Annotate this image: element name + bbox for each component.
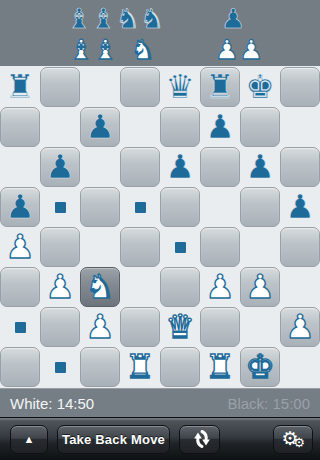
chess-board: ♜♛♜♚♟♟♟♟♟♟♟♟♟♞♟♟♟♛♟♜♜♚ (0, 66, 320, 388)
black-pawn: ♟ (5, 188, 35, 226)
captured-black-knight: ♞ (115, 4, 139, 33)
white-rook: ♜ (125, 348, 155, 386)
show-moves-button[interactable]: ▲ (10, 425, 48, 454)
square-c6[interactable] (80, 147, 120, 187)
captured-black-pawn: ♟ (221, 4, 245, 33)
legal-move-marker[interactable] (135, 202, 146, 213)
square-f6[interactable] (200, 147, 240, 187)
square-h8[interactable] (280, 67, 320, 107)
square-g6[interactable]: ♟ (240, 147, 280, 187)
square-h4[interactable] (280, 227, 320, 267)
captured-white-pawn: ♟ (239, 35, 263, 64)
captured-black-bishop: ♝ (91, 4, 115, 33)
square-f1[interactable]: ♜ (200, 347, 240, 387)
square-c4[interactable] (80, 227, 120, 267)
square-g4[interactable] (240, 227, 280, 267)
square-f4[interactable] (200, 227, 240, 267)
black-pawn: ♟ (45, 148, 75, 186)
captured-white-knight: ♞ (130, 35, 154, 64)
take-back-move-button[interactable]: Take Back Move (57, 425, 170, 454)
clock-status-bar: White: 14:50 Black: 15:00 (0, 388, 320, 417)
square-a6[interactable] (0, 147, 40, 187)
square-g5[interactable] (240, 187, 280, 227)
black-clock: Black: 15:00 (227, 395, 310, 412)
square-e2[interactable]: ♛ (160, 307, 200, 347)
square-b5[interactable] (40, 187, 80, 227)
square-f5[interactable] (200, 187, 240, 227)
square-d7[interactable] (120, 107, 160, 147)
square-f8[interactable]: ♜ (200, 67, 240, 107)
square-f7[interactable]: ♟ (200, 107, 240, 147)
square-g1[interactable]: ♚ (240, 347, 280, 387)
square-b2[interactable] (40, 307, 80, 347)
square-b6[interactable]: ♟ (40, 147, 80, 187)
square-h3[interactable] (280, 267, 320, 307)
captured-white-bishop: ♝ (93, 35, 117, 64)
chess-app-screen: ♝♝♞♞ ♟ ♝♝♞ ♟♟ ♜♛♜♚♟♟♟♟♟♟♟♟♟♞♟♟♟♛♟♜♜♚ Whi… (0, 0, 320, 460)
square-d5[interactable] (120, 187, 160, 227)
captured-black-knight: ♞ (140, 4, 164, 33)
square-g8[interactable]: ♚ (240, 67, 280, 107)
legal-move-marker[interactable] (55, 362, 66, 373)
captured-white-pieces-row: ♝♝♞ ♟♟ (0, 33, 320, 64)
square-c7[interactable]: ♟ (80, 107, 120, 147)
white-king: ♚ (245, 348, 275, 386)
captured-black-pawns: ♟ (221, 4, 245, 33)
black-pawn: ♟ (205, 108, 235, 146)
square-e3[interactable] (160, 267, 200, 307)
black-pawn: ♟ (245, 148, 275, 186)
white-pawn: ♟ (205, 268, 235, 306)
white-pawn: ♟ (45, 268, 75, 306)
square-b7[interactable] (40, 107, 80, 147)
white-pawn: ♟ (285, 308, 315, 346)
square-b1[interactable] (40, 347, 80, 387)
square-e6[interactable]: ♟ (160, 147, 200, 187)
square-a5[interactable]: ♟ (0, 187, 40, 227)
square-e7[interactable] (160, 107, 200, 147)
legal-move-marker[interactable] (55, 202, 66, 213)
square-b8[interactable] (40, 67, 80, 107)
captured-pieces-area: ♝♝♞♞ ♟ ♝♝♞ ♟♟ (0, 0, 320, 66)
black-pawn: ♟ (165, 148, 195, 186)
white-knight: ♞ (85, 268, 115, 306)
square-c8[interactable] (80, 67, 120, 107)
square-g2[interactable] (240, 307, 280, 347)
white-queen: ♛ (165, 308, 195, 346)
white-clock: White: 14:50 (10, 395, 94, 412)
black-king: ♚ (245, 68, 275, 106)
square-h2[interactable]: ♟ (280, 307, 320, 347)
black-pawn: ♟ (85, 108, 115, 146)
square-g3[interactable]: ♟ (240, 267, 280, 307)
square-a3[interactable] (0, 267, 40, 307)
up-triangle-icon: ▲ (24, 433, 35, 445)
square-e4[interactable] (160, 227, 200, 267)
square-c1[interactable] (80, 347, 120, 387)
square-g7[interactable] (240, 107, 280, 147)
captured-white-pawn: ♟ (215, 35, 239, 64)
square-f2[interactable] (200, 307, 240, 347)
white-pawn: ♟ (245, 268, 275, 306)
legal-move-marker[interactable] (15, 322, 26, 333)
square-e1[interactable] (160, 347, 200, 387)
captured-black-minors: ♝♝♞♞ (67, 4, 164, 33)
black-pawn: ♟ (285, 188, 315, 226)
square-d2[interactable] (120, 307, 160, 347)
square-c3[interactable]: ♞ (80, 267, 120, 307)
square-e8[interactable]: ♛ (160, 67, 200, 107)
square-h7[interactable] (280, 107, 320, 147)
captured-black-pieces-row: ♝♝♞♞ ♟ (0, 2, 320, 33)
white-rook: ♜ (205, 348, 235, 386)
square-a4[interactable]: ♟ (0, 227, 40, 267)
square-a2[interactable] (0, 307, 40, 347)
square-b3[interactable]: ♟ (40, 267, 80, 307)
captured-white-bishop: ♝ (69, 35, 93, 64)
swap-arrows-icon (189, 428, 211, 450)
square-a7[interactable] (0, 107, 40, 147)
square-e5[interactable] (160, 187, 200, 227)
square-f3[interactable]: ♟ (200, 267, 240, 307)
black-rook: ♜ (5, 68, 35, 106)
square-d6[interactable] (120, 147, 160, 187)
gear-small-icon: ⚙ (293, 436, 305, 449)
square-d3[interactable] (120, 267, 160, 307)
bottom-toolbar: ▲ Take Back Move ⚙ ⚙ (0, 417, 320, 460)
legal-move-marker[interactable] (175, 242, 186, 253)
black-queen: ♛ (165, 68, 195, 106)
square-d8[interactable] (120, 67, 160, 107)
square-h1[interactable] (280, 347, 320, 387)
black-rook: ♜ (205, 68, 235, 106)
white-pawn: ♟ (5, 228, 35, 266)
captured-black-bishop: ♝ (67, 4, 91, 33)
square-b4[interactable] (40, 227, 80, 267)
square-d1[interactable]: ♜ (120, 347, 160, 387)
captured-white-pawns: ♟♟ (215, 35, 263, 64)
square-a8[interactable]: ♜ (0, 67, 40, 107)
square-d4[interactable] (120, 227, 160, 267)
white-pawn: ♟ (85, 308, 115, 346)
settings-button[interactable]: ⚙ ⚙ (273, 425, 313, 454)
square-c2[interactable]: ♟ (80, 307, 120, 347)
square-c5[interactable] (80, 187, 120, 227)
captured-white-minors: ♝♝♞ (69, 35, 155, 64)
swap-sides-button[interactable] (179, 425, 220, 454)
square-h5[interactable]: ♟ (280, 187, 320, 227)
square-a1[interactable] (0, 347, 40, 387)
square-h6[interactable] (280, 147, 320, 187)
